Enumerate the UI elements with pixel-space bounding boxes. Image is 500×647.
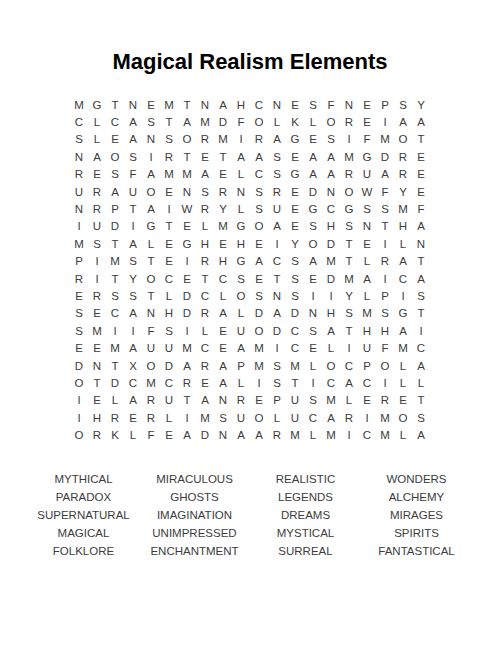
grid-cell-r4c4: S — [124, 148, 142, 165]
grid-cell-r19c10: U — [232, 409, 250, 426]
grid-cell-r7c20: F — [412, 200, 430, 217]
grid-cell-r6c10: N — [232, 183, 250, 200]
grid-cell-r6c15: N — [322, 183, 340, 200]
grid-cell-r10c7: I — [178, 253, 196, 270]
grid-cell-r3c9: M — [214, 131, 232, 148]
grid-cell-r7c14: G — [304, 200, 322, 217]
grid-cell-r13c11: D — [250, 305, 268, 322]
grid-cell-r13c3: C — [106, 305, 124, 322]
grid-cell-r20c11: A — [250, 426, 268, 443]
grid-cell-r13c9: A — [214, 305, 232, 322]
grid-cell-r14c16: T — [340, 322, 358, 339]
grid-cell-r15c6: U — [160, 339, 178, 356]
grid-cell-r1c13: E — [286, 96, 304, 113]
grid-cell-r3c17: F — [358, 131, 376, 148]
grid-cell-r16c16: C — [340, 357, 358, 374]
grid-cell-r4c8: E — [196, 148, 214, 165]
grid-cell-r14c18: H — [376, 322, 394, 339]
grid-cell-r19c14: C — [304, 409, 322, 426]
grid-cell-r20c4: L — [124, 426, 142, 443]
grid-cell-r12c12: N — [268, 287, 286, 304]
grid-cell-r9c2: S — [88, 235, 106, 252]
grid-cell-r7c18: S — [376, 200, 394, 217]
grid-cell-r19c11: O — [250, 409, 268, 426]
grid-cell-r14c8: L — [196, 322, 214, 339]
grid-cell-r13c18: S — [376, 305, 394, 322]
grid-cell-r17c10: L — [232, 374, 250, 391]
grid-cell-r2c16: R — [340, 113, 358, 130]
grid-cell-r15c16: I — [340, 339, 358, 356]
grid-cell-r3c1: S — [70, 131, 88, 148]
grid-cell-r9c14: O — [304, 235, 322, 252]
grid-cell-r1c7: T — [178, 96, 196, 113]
word-list-column-3: REALISTICLEGENDSDREAMSMYSTICALSURREAL — [250, 470, 361, 560]
grid-cell-r9c11: E — [250, 235, 268, 252]
grid-cell-r19c2: H — [88, 409, 106, 426]
grid-cell-r16c3: T — [106, 357, 124, 374]
grid-cell-r15c14: E — [304, 339, 322, 356]
grid-cell-r5c20: E — [412, 166, 430, 183]
grid-cell-r3c13: G — [286, 131, 304, 148]
grid-cell-r10c15: M — [322, 253, 340, 270]
grid-cell-r1c3: T — [106, 96, 124, 113]
grid-cell-r2c10: F — [232, 113, 250, 130]
grid-cell-r17c11: I — [250, 374, 268, 391]
grid-cell-r20c7: A — [178, 426, 196, 443]
grid-cell-r13c19: G — [394, 305, 412, 322]
grid-cell-r15c5: U — [142, 339, 160, 356]
grid-cell-r8c20: A — [412, 218, 430, 235]
grid-cell-r18c12: P — [268, 392, 286, 409]
grid-cell-r18c14: S — [304, 392, 322, 409]
grid-cell-r4c6: R — [160, 148, 178, 165]
grid-cell-r8c6: T — [160, 218, 178, 235]
grid-cell-r19c3: R — [106, 409, 124, 426]
grid-cell-r17c18: I — [376, 374, 394, 391]
grid-cell-r11c1: R — [70, 270, 88, 287]
grid-cell-r1c17: E — [358, 96, 376, 113]
grid-cell-r19c12: L — [268, 409, 286, 426]
word-item: MYTHICAL — [28, 470, 139, 488]
grid-cell-r8c1: I — [70, 218, 88, 235]
grid-cell-r12c18: P — [376, 287, 394, 304]
grid-cell-r9c13: Y — [286, 235, 304, 252]
grid-cell-r8c15: H — [322, 218, 340, 235]
letter-grid: MGTNEMTNAHCNESFNEPSYCLCASTAMDFOLKLOREIAA… — [70, 96, 430, 444]
grid-cell-r8c18: T — [376, 218, 394, 235]
grid-cell-r13c14: N — [304, 305, 322, 322]
grid-cell-r6c8: S — [196, 183, 214, 200]
grid-cell-r2c2: L — [88, 113, 106, 130]
grid-cell-r2c18: I — [376, 113, 394, 130]
grid-cell-r2c11: O — [250, 113, 268, 130]
grid-cell-r6c16: O — [340, 183, 358, 200]
grid-cell-r13c10: L — [232, 305, 250, 322]
grid-cell-r4c20: E — [412, 148, 430, 165]
grid-cell-r6c11: S — [250, 183, 268, 200]
grid-cell-r11c12: T — [268, 270, 286, 287]
grid-cell-r1c6: M — [160, 96, 178, 113]
grid-cell-r18c10: R — [232, 392, 250, 409]
grid-cell-r17c2: T — [88, 374, 106, 391]
grid-cell-r11c5: O — [142, 270, 160, 287]
grid-cell-r2c4: A — [124, 113, 142, 130]
grid-cell-r7c8: R — [196, 200, 214, 217]
grid-cell-r12c8: C — [196, 287, 214, 304]
grid-cell-r3c15: S — [322, 131, 340, 148]
grid-cell-r6c9: R — [214, 183, 232, 200]
grid-cell-r4c11: A — [250, 148, 268, 165]
grid-cell-r15c10: A — [232, 339, 250, 356]
grid-cell-r7c13: E — [286, 200, 304, 217]
grid-cell-r8c12: A — [268, 218, 286, 235]
grid-cell-r8c16: S — [340, 218, 358, 235]
puzzle-page: Magical Realism Elements MGTNEMTNAHCNESF… — [0, 0, 500, 647]
grid-cell-r18c20: T — [412, 392, 430, 409]
grid-cell-r3c20: T — [412, 131, 430, 148]
grid-cell-r11c10: S — [232, 270, 250, 287]
grid-cell-r15c19: M — [394, 339, 412, 356]
grid-cell-r2c20: A — [412, 113, 430, 130]
grid-cell-r1c19: S — [394, 96, 412, 113]
word-item: SUPERNATURAL — [28, 506, 139, 524]
grid-cell-r13c5: N — [142, 305, 160, 322]
grid-cell-r4c10: A — [232, 148, 250, 165]
grid-cell-r3c8: R — [196, 131, 214, 148]
grid-cell-r9c17: E — [358, 235, 376, 252]
grid-cell-r5c8: A — [196, 166, 214, 183]
grid-cell-r17c14: I — [304, 374, 322, 391]
grid-cell-r17c9: A — [214, 374, 232, 391]
grid-cell-r15c13: C — [286, 339, 304, 356]
grid-cell-r20c13: M — [286, 426, 304, 443]
grid-cell-r5c3: S — [106, 166, 124, 183]
grid-cell-r8c4: I — [124, 218, 142, 235]
grid-cell-r17c19: L — [394, 374, 412, 391]
word-item: LEGENDS — [250, 488, 361, 506]
grid-cell-r8c5: G — [142, 218, 160, 235]
grid-cell-r5c16: R — [340, 166, 358, 183]
grid-cell-r2c1: C — [70, 113, 88, 130]
grid-cell-r1c16: N — [340, 96, 358, 113]
grid-cell-r19c7: I — [178, 409, 196, 426]
grid-cell-r9c1: M — [70, 235, 88, 252]
grid-cell-r3c11: R — [250, 131, 268, 148]
grid-cell-r13c13: D — [286, 305, 304, 322]
grid-cell-r13c15: H — [322, 305, 340, 322]
grid-cell-r7c3: P — [106, 200, 124, 217]
grid-cell-r4c3: O — [106, 148, 124, 165]
grid-cell-r7c19: M — [394, 200, 412, 217]
grid-cell-r7c12: U — [268, 200, 286, 217]
grid-cell-r12c17: L — [358, 287, 376, 304]
grid-cell-r13c8: R — [196, 305, 214, 322]
grid-cell-r16c19: L — [394, 357, 412, 374]
grid-cell-r18c4: A — [124, 392, 142, 409]
grid-cell-r16c20: A — [412, 357, 430, 374]
grid-cell-r3c4: A — [124, 131, 142, 148]
grid-cell-r6c18: F — [376, 183, 394, 200]
grid-cell-r10c20: T — [412, 253, 430, 270]
grid-cell-r9c9: E — [214, 235, 232, 252]
grid-cell-r6c5: O — [142, 183, 160, 200]
grid-cell-r15c9: E — [214, 339, 232, 356]
grid-cell-r6c14: D — [304, 183, 322, 200]
grid-cell-r6c12: R — [268, 183, 286, 200]
grid-cell-r2c15: O — [322, 113, 340, 130]
grid-cell-r4c2: A — [88, 148, 106, 165]
grid-cell-r20c6: E — [160, 426, 178, 443]
grid-cell-r10c16: T — [340, 253, 358, 270]
grid-cell-r15c7: M — [178, 339, 196, 356]
grid-cell-r16c5: O — [142, 357, 160, 374]
grid-cell-r17c17: C — [358, 374, 376, 391]
grid-cell-r5c11: C — [250, 166, 268, 183]
grid-cell-r18c13: U — [286, 392, 304, 409]
grid-cell-r17c16: A — [340, 374, 358, 391]
grid-cell-r4c16: M — [340, 148, 358, 165]
word-item: FOLKLORE — [28, 542, 139, 560]
grid-cell-r3c7: O — [178, 131, 196, 148]
word-item: DREAMS — [250, 506, 361, 524]
grid-cell-r20c5: F — [142, 426, 160, 443]
grid-cell-r5c1: R — [70, 166, 88, 183]
grid-cell-r14c14: S — [304, 322, 322, 339]
grid-cell-r4c9: T — [214, 148, 232, 165]
grid-cell-r3c6: S — [160, 131, 178, 148]
word-item: MYSTICAL — [250, 524, 361, 542]
grid-cell-r20c15: M — [322, 426, 340, 443]
grid-cell-r3c14: E — [304, 131, 322, 148]
word-item: MAGICAL — [28, 524, 139, 542]
grid-cell-r10c2: I — [88, 253, 106, 270]
grid-cell-r9c15: D — [322, 235, 340, 252]
grid-cell-r3c2: L — [88, 131, 106, 148]
grid-cell-r17c8: E — [196, 374, 214, 391]
grid-cell-r9c3: T — [106, 235, 124, 252]
grid-cell-r2c9: D — [214, 113, 232, 130]
grid-cell-r20c12: R — [268, 426, 286, 443]
grid-cell-r12c3: S — [106, 287, 124, 304]
grid-cell-r17c3: D — [106, 374, 124, 391]
grid-cell-r4c19: R — [394, 148, 412, 165]
grid-cell-r14c13: C — [286, 322, 304, 339]
grid-cell-r1c1: M — [70, 96, 88, 113]
grid-cell-r20c10: A — [232, 426, 250, 443]
grid-cell-r11c17: A — [358, 270, 376, 287]
grid-cell-r19c1: I — [70, 409, 88, 426]
grid-cell-r9c18: I — [376, 235, 394, 252]
grid-cell-r5c2: E — [88, 166, 106, 183]
grid-cell-r12c16: Y — [340, 287, 358, 304]
grid-cell-r20c14: L — [304, 426, 322, 443]
grid-cell-r17c7: R — [178, 374, 196, 391]
grid-cell-r2c14: L — [304, 113, 322, 130]
grid-cell-r8c9: M — [214, 218, 232, 235]
grid-cell-r3c3: E — [106, 131, 124, 148]
grid-cell-r13c12: A — [268, 305, 286, 322]
grid-cell-r18c17: E — [358, 392, 376, 409]
grid-cell-r18c9: N — [214, 392, 232, 409]
word-item: MIRAGES — [361, 506, 472, 524]
grid-cell-r10c19: A — [394, 253, 412, 270]
grid-cell-r13c17: M — [358, 305, 376, 322]
grid-cell-r10c6: E — [160, 253, 178, 270]
grid-cell-r12c6: L — [160, 287, 178, 304]
grid-cell-r17c13: T — [286, 374, 304, 391]
grid-cell-r17c1: O — [70, 374, 88, 391]
grid-cell-r5c18: A — [376, 166, 394, 183]
grid-cell-r15c15: L — [322, 339, 340, 356]
grid-cell-r16c1: D — [70, 357, 88, 374]
word-list-column-1: MYTHICALPARADOXSUPERNATURALMAGICALFOLKLO… — [28, 470, 139, 560]
grid-cell-r20c19: L — [394, 426, 412, 443]
grid-cell-r9c20: N — [412, 235, 430, 252]
grid-cell-r19c13: U — [286, 409, 304, 426]
grid-cell-r11c7: E — [178, 270, 196, 287]
grid-cell-r14c11: O — [250, 322, 268, 339]
grid-cell-r5c19: R — [394, 166, 412, 183]
grid-cell-r12c11: S — [250, 287, 268, 304]
grid-cell-r6c7: N — [178, 183, 196, 200]
grid-cell-r3c10: I — [232, 131, 250, 148]
grid-cell-r8c13: E — [286, 218, 304, 235]
grid-cell-r15c18: F — [376, 339, 394, 356]
grid-cell-r11c13: S — [286, 270, 304, 287]
grid-cell-r12c19: I — [394, 287, 412, 304]
grid-cell-r12c7: D — [178, 287, 196, 304]
grid-cell-r14c7: I — [178, 322, 196, 339]
grid-cell-r2c6: T — [160, 113, 178, 130]
grid-cell-r11c6: C — [160, 270, 178, 287]
grid-cell-r5c10: L — [232, 166, 250, 183]
grid-cell-r7c11: S — [250, 200, 268, 217]
grid-cell-r16c12: S — [268, 357, 286, 374]
grid-cell-r6c13: E — [286, 183, 304, 200]
grid-cell-r11c20: A — [412, 270, 430, 287]
grid-cell-r8c10: G — [232, 218, 250, 235]
grid-cell-r2c13: K — [286, 113, 304, 130]
grid-cell-r19c8: M — [196, 409, 214, 426]
grid-cell-r13c4: A — [124, 305, 142, 322]
grid-cell-r3c5: N — [142, 131, 160, 148]
grid-cell-r19c16: R — [340, 409, 358, 426]
word-list-column-4: WONDERSALCHEMYMIRAGESSPIRITSFANTASTICAL — [361, 470, 472, 560]
grid-cell-r14c2: M — [88, 322, 106, 339]
grid-cell-r18c7: T — [178, 392, 196, 409]
grid-cell-r10c17: L — [358, 253, 376, 270]
grid-cell-r5c6: M — [160, 166, 178, 183]
grid-cell-r16c11: M — [250, 357, 268, 374]
grid-cell-r14c3: I — [106, 322, 124, 339]
grid-cell-r6c6: E — [160, 183, 178, 200]
grid-cell-r10c3: M — [106, 253, 124, 270]
grid-cell-r4c1: N — [70, 148, 88, 165]
grid-cell-r10c5: T — [142, 253, 160, 270]
grid-cell-r20c2: R — [88, 426, 106, 443]
word-item: ALCHEMY — [361, 488, 472, 506]
grid-cell-r7c1: N — [70, 200, 88, 217]
grid-cell-r12c14: I — [304, 287, 322, 304]
grid-cell-r18c2: E — [88, 392, 106, 409]
grid-cell-r9c12: I — [268, 235, 286, 252]
grid-cell-r17c5: M — [142, 374, 160, 391]
word-item: ENCHANTMENT — [139, 542, 250, 560]
grid-cell-r14c12: D — [268, 322, 286, 339]
grid-cell-r15c8: C — [196, 339, 214, 356]
grid-cell-r7c2: R — [88, 200, 106, 217]
grid-cell-r12c9: L — [214, 287, 232, 304]
grid-cell-r10c14: A — [304, 253, 322, 270]
grid-cell-r19c20: S — [412, 409, 430, 426]
grid-cell-r1c2: G — [88, 96, 106, 113]
grid-cell-r11c14: E — [304, 270, 322, 287]
grid-cell-r1c18: P — [376, 96, 394, 113]
grid-cell-r2c17: E — [358, 113, 376, 130]
grid-cell-r17c12: S — [268, 374, 286, 391]
grid-cell-r11c19: C — [394, 270, 412, 287]
grid-cell-r15c3: M — [106, 339, 124, 356]
grid-cell-r4c18: D — [376, 148, 394, 165]
grid-cell-r15c1: E — [70, 339, 88, 356]
grid-cell-r8c7: E — [178, 218, 196, 235]
grid-cell-r2c8: M — [196, 113, 214, 130]
grid-cell-r14c20: I — [412, 322, 430, 339]
grid-cell-r5c5: A — [142, 166, 160, 183]
grid-cell-r10c9: H — [214, 253, 232, 270]
grid-cell-r7c10: L — [232, 200, 250, 217]
word-item: SURREAL — [250, 542, 361, 560]
word-item: GHOSTS — [139, 488, 250, 506]
grid-cell-r20c17: C — [358, 426, 376, 443]
grid-cell-r19c5: R — [142, 409, 160, 426]
grid-cell-r1c11: C — [250, 96, 268, 113]
grid-cell-r4c14: A — [304, 148, 322, 165]
grid-cell-r7c5: A — [142, 200, 160, 217]
grid-cell-r18c5: R — [142, 392, 160, 409]
grid-cell-r14c17: H — [358, 322, 376, 339]
grid-cell-r8c19: H — [394, 218, 412, 235]
grid-cell-r9c8: H — [196, 235, 214, 252]
grid-cell-r14c15: A — [322, 322, 340, 339]
grid-cell-r11c9: C — [214, 270, 232, 287]
word-item: MIRACULOUS — [139, 470, 250, 488]
grid-cell-r15c4: A — [124, 339, 142, 356]
grid-cell-r12c13: S — [286, 287, 304, 304]
word-list: MYTHICALPARADOXSUPERNATURALMAGICALFOLKLO… — [28, 470, 472, 560]
grid-cell-r4c13: E — [286, 148, 304, 165]
grid-cell-r20c18: M — [376, 426, 394, 443]
grid-cell-r19c15: A — [322, 409, 340, 426]
grid-cell-r13c7: D — [178, 305, 196, 322]
grid-cell-r1c8: N — [196, 96, 214, 113]
grid-cell-r4c12: S — [268, 148, 286, 165]
grid-cell-r13c20: T — [412, 305, 430, 322]
grid-cell-r15c17: U — [358, 339, 376, 356]
word-list-column-2: MIRACULOUSGHOSTSIMAGINATIONUNIMPRESSEDEN… — [139, 470, 250, 560]
grid-cell-r16c9: A — [214, 357, 232, 374]
grid-cell-r2c5: S — [142, 113, 160, 130]
grid-cell-r17c20: L — [412, 374, 430, 391]
grid-cell-r19c17: I — [358, 409, 376, 426]
grid-cell-r6c1: U — [70, 183, 88, 200]
grid-cell-r1c15: F — [322, 96, 340, 113]
grid-cell-r18c16: L — [340, 392, 358, 409]
grid-cell-r6c2: R — [88, 183, 106, 200]
grid-cell-r1c5: E — [142, 96, 160, 113]
word-item: WONDERS — [361, 470, 472, 488]
grid-cell-r14c5: F — [142, 322, 160, 339]
